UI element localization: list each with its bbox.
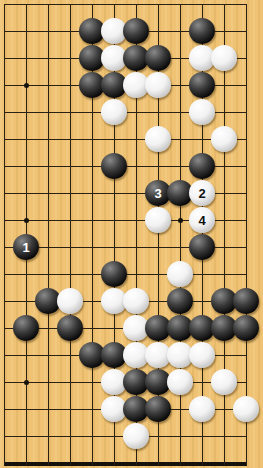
- black-stone: [145, 45, 171, 71]
- white-stone: [145, 126, 171, 152]
- grid-line-vertical: [48, 4, 49, 465]
- grid-line-vertical: [180, 4, 181, 465]
- black-stone-move-1: 1: [13, 234, 39, 260]
- white-stone: [211, 126, 237, 152]
- black-stone: [233, 288, 259, 314]
- white-stone: [167, 369, 193, 395]
- black-stone: [189, 72, 215, 98]
- black-stone: [101, 261, 127, 287]
- white-stone: [189, 99, 215, 125]
- grid-line-vertical: [4, 4, 5, 465]
- grid-line-horizontal: [4, 4, 247, 5]
- black-stone: [233, 315, 259, 341]
- move-number-label: 3: [154, 187, 161, 200]
- board-bottom-edge-line: [4, 462, 247, 466]
- move-number-label: 4: [198, 214, 205, 227]
- black-stone: [189, 153, 215, 179]
- white-stone: [189, 396, 215, 422]
- white-stone: [189, 342, 215, 368]
- white-stone: [123, 423, 149, 449]
- black-stone: [189, 18, 215, 44]
- star-point: [24, 83, 29, 88]
- black-stone: [101, 153, 127, 179]
- move-number-label: 1: [22, 241, 29, 254]
- black-stone: [123, 18, 149, 44]
- white-stone: [145, 207, 171, 233]
- white-stone: [211, 45, 237, 71]
- star-point: [178, 218, 183, 223]
- white-stone: [233, 396, 259, 422]
- move-number-label: 2: [198, 187, 205, 200]
- white-stone: [101, 99, 127, 125]
- black-stone: [189, 234, 215, 260]
- black-stone: [167, 288, 193, 314]
- grid-line-vertical: [70, 4, 71, 465]
- white-stone: [167, 261, 193, 287]
- white-stone-move-4: 4: [189, 207, 215, 233]
- star-point: [24, 380, 29, 385]
- white-stone: [211, 369, 237, 395]
- go-board[interactable]: 3241: [0, 0, 263, 468]
- black-stone: [145, 396, 171, 422]
- star-point: [24, 218, 29, 223]
- white-stone: [145, 72, 171, 98]
- white-stone: [57, 288, 83, 314]
- white-stone-move-2: 2: [189, 180, 215, 206]
- grid-line-vertical: [224, 4, 225, 465]
- white-stone: [123, 288, 149, 314]
- black-stone: [57, 315, 83, 341]
- black-stone: [13, 315, 39, 341]
